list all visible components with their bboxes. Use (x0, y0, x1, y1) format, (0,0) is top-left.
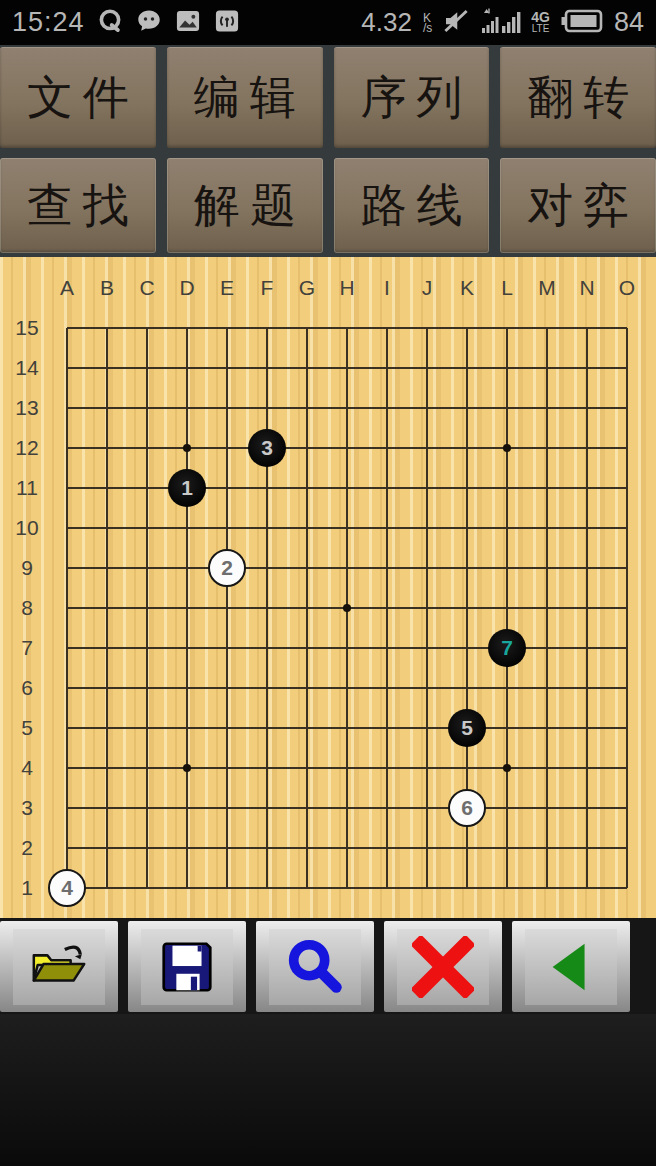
cell-I7[interactable] (367, 628, 407, 668)
cell-G4[interactable] (287, 748, 327, 788)
cell-M10[interactable] (527, 508, 567, 548)
cell-F9[interactable] (247, 548, 287, 588)
col-label-H: H (327, 268, 367, 308)
cell-B9[interactable] (87, 548, 127, 588)
cell-H11[interactable] (327, 468, 367, 508)
red-x-icon (397, 929, 489, 1005)
cell-A11[interactable] (47, 468, 87, 508)
stone-4-white-A1: 4 (48, 869, 86, 907)
cell-M14[interactable] (527, 348, 567, 388)
cell-K4[interactable] (447, 748, 487, 788)
cell-N14[interactable] (567, 348, 607, 388)
row-label-12: 12 (7, 428, 47, 468)
stone-number: 1 (181, 476, 193, 500)
cell-A13[interactable] (47, 388, 87, 428)
cell-B6[interactable] (87, 668, 127, 708)
cell-H8[interactable] (327, 588, 367, 628)
cell-I3[interactable] (367, 788, 407, 828)
cell-N2[interactable] (567, 828, 607, 868)
cell-L2[interactable] (487, 828, 527, 868)
cell-M2[interactable] (527, 828, 567, 868)
cell-M7[interactable] (527, 628, 567, 668)
cell-E6[interactable] (207, 668, 247, 708)
menu-button-route[interactable]: 路线 (334, 158, 490, 253)
status-left: 15:24 (12, 7, 241, 39)
hotspot-icon (213, 7, 241, 39)
stone-2-white-E9: 2 (208, 549, 246, 587)
cell-M3[interactable] (527, 788, 567, 828)
row-label-3: 3 (7, 788, 47, 828)
cell-E10[interactable] (207, 508, 247, 548)
cell-G7[interactable] (287, 628, 327, 668)
cell-K11[interactable] (447, 468, 487, 508)
cell-K10[interactable] (447, 508, 487, 548)
row-label-9: 9 (7, 548, 47, 588)
cell-O9[interactable] (607, 548, 647, 588)
cell-H15[interactable] (327, 308, 367, 348)
qq-icon (96, 7, 124, 39)
cell-F13[interactable] (247, 388, 287, 428)
stone-7-black-L7: 7 (488, 629, 526, 667)
cell-K9[interactable] (447, 548, 487, 588)
cell-B3[interactable] (87, 788, 127, 828)
cell-O6[interactable] (607, 668, 647, 708)
cell-E13[interactable] (207, 388, 247, 428)
cell-D11[interactable]: 1 (167, 468, 207, 508)
cell-C11[interactable] (127, 468, 167, 508)
cell-G12[interactable] (287, 428, 327, 468)
battery-level: 84 (614, 7, 644, 38)
cell-K5[interactable]: 5 (447, 708, 487, 748)
cell-D14[interactable] (167, 348, 207, 388)
col-label-G: G (287, 268, 327, 308)
cell-I1[interactable] (367, 868, 407, 908)
cell-K7[interactable] (447, 628, 487, 668)
star-point-L4 (503, 764, 511, 772)
cell-C7[interactable] (127, 628, 167, 668)
back-button[interactable] (512, 921, 630, 1012)
cell-B7[interactable] (87, 628, 127, 668)
bottom-area (0, 1014, 656, 1166)
cell-A1[interactable]: 4 (47, 868, 87, 908)
cell-C6[interactable] (127, 668, 167, 708)
cell-O7[interactable] (607, 628, 647, 668)
cell-H13[interactable] (327, 388, 367, 428)
cell-M8[interactable] (527, 588, 567, 628)
cell-H12[interactable] (327, 428, 367, 468)
cell-N1[interactable] (567, 868, 607, 908)
star-point-D4 (183, 764, 191, 772)
cell-C3[interactable] (127, 788, 167, 828)
col-label-C: C (127, 268, 167, 308)
cell-K12[interactable] (447, 428, 487, 468)
cell-L9[interactable] (487, 548, 527, 588)
cell-N13[interactable] (567, 388, 607, 428)
stone-3-black-F12: 3 (248, 429, 286, 467)
col-label-K: K (447, 268, 487, 308)
cell-B4[interactable] (87, 748, 127, 788)
cell-O2[interactable] (607, 828, 647, 868)
cell-G11[interactable] (287, 468, 327, 508)
stone-number: 2 (221, 556, 233, 580)
cell-M4[interactable] (527, 748, 567, 788)
cell-G15[interactable] (287, 308, 327, 348)
cell-E8[interactable] (207, 588, 247, 628)
cell-E12[interactable] (207, 428, 247, 468)
cell-J2[interactable] (407, 828, 447, 868)
cell-K3[interactable]: 6 (447, 788, 487, 828)
search-button[interactable] (256, 921, 374, 1012)
network-speed: 4.32 (361, 7, 412, 38)
star-point-L12 (503, 444, 511, 452)
cell-E11[interactable] (207, 468, 247, 508)
cell-E9[interactable]: 2 (207, 548, 247, 588)
menu-button-find[interactable]: 查找 (0, 158, 156, 253)
cell-N8[interactable] (567, 588, 607, 628)
cell-E7[interactable] (207, 628, 247, 668)
cell-F1[interactable] (247, 868, 287, 908)
open-folder-icon (13, 929, 105, 1005)
cell-J11[interactable] (407, 468, 447, 508)
cell-O12[interactable] (607, 428, 647, 468)
cell-G2[interactable] (287, 828, 327, 868)
cell-F8[interactable] (247, 588, 287, 628)
cell-E4[interactable] (207, 748, 247, 788)
magnifier-icon (269, 929, 361, 1005)
cell-F6[interactable] (247, 668, 287, 708)
cell-L8[interactable] (487, 588, 527, 628)
cell-A15[interactable] (47, 308, 87, 348)
cell-K15[interactable] (447, 308, 487, 348)
row-labels: 151413121110987654321 (7, 308, 47, 908)
cell-G14[interactable] (287, 348, 327, 388)
cell-G8[interactable] (287, 588, 327, 628)
cell-N11[interactable] (567, 468, 607, 508)
cell-B2[interactable] (87, 828, 127, 868)
open-file-button[interactable] (0, 921, 118, 1012)
cell-C8[interactable] (127, 588, 167, 628)
menu-button-edit[interactable]: 编辑 (167, 47, 323, 148)
cell-B14[interactable] (87, 348, 127, 388)
cell-L4[interactable] (487, 748, 527, 788)
cell-A9[interactable] (47, 548, 87, 588)
network-speed-unit: K/s (423, 13, 432, 33)
cell-D10[interactable] (167, 508, 207, 548)
cell-C12[interactable] (127, 428, 167, 468)
cell-A10[interactable] (47, 508, 87, 548)
cell-L7[interactable]: 7 (487, 628, 527, 668)
cell-F11[interactable] (247, 468, 287, 508)
cell-G13[interactable] (287, 388, 327, 428)
cell-B12[interactable] (87, 428, 127, 468)
cell-O10[interactable] (607, 508, 647, 548)
cell-E3[interactable] (207, 788, 247, 828)
cell-A7[interactable] (47, 628, 87, 668)
cell-M6[interactable] (527, 668, 567, 708)
cell-F7[interactable] (247, 628, 287, 668)
cell-B1[interactable] (87, 868, 127, 908)
stone-number: 5 (461, 716, 473, 740)
row-label-13: 13 (7, 388, 47, 428)
cell-J13[interactable] (407, 388, 447, 428)
cell-C2[interactable] (127, 828, 167, 868)
cell-O3[interactable] (607, 788, 647, 828)
cell-A8[interactable] (47, 588, 87, 628)
cell-A12[interactable] (47, 428, 87, 468)
cell-L12[interactable] (487, 428, 527, 468)
cell-N15[interactable] (567, 308, 607, 348)
cell-J8[interactable] (407, 588, 447, 628)
cell-J10[interactable] (407, 508, 447, 548)
cell-M11[interactable] (527, 468, 567, 508)
delete-button[interactable] (384, 921, 502, 1012)
cell-C1[interactable] (127, 868, 167, 908)
row-label-1: 1 (7, 868, 47, 908)
cell-A2[interactable] (47, 828, 87, 868)
cell-I9[interactable] (367, 548, 407, 588)
cell-L1[interactable] (487, 868, 527, 908)
cell-B5[interactable] (87, 708, 127, 748)
battery-icon (559, 7, 605, 39)
cell-E14[interactable] (207, 348, 247, 388)
cell-M1[interactable] (527, 868, 567, 908)
cell-G6[interactable] (287, 668, 327, 708)
cell-L13[interactable] (487, 388, 527, 428)
row-label-2: 2 (7, 828, 47, 868)
cell-F5[interactable] (247, 708, 287, 748)
cell-J5[interactable] (407, 708, 447, 748)
star-point-D12 (183, 444, 191, 452)
col-label-O: O (607, 268, 647, 308)
cell-G1[interactable] (287, 868, 327, 908)
cell-A5[interactable] (47, 708, 87, 748)
cell-C14[interactable] (127, 348, 167, 388)
cell-G3[interactable] (287, 788, 327, 828)
cell-H6[interactable] (327, 668, 367, 708)
cell-D6[interactable] (167, 668, 207, 708)
cell-F14[interactable] (247, 348, 287, 388)
row-label-4: 4 (7, 748, 47, 788)
cell-I11[interactable] (367, 468, 407, 508)
cell-D4[interactable] (167, 748, 207, 788)
cell-A3[interactable] (47, 788, 87, 828)
cell-I6[interactable] (367, 668, 407, 708)
cell-K2[interactable] (447, 828, 487, 868)
cell-M15[interactable] (527, 308, 567, 348)
cell-K13[interactable] (447, 388, 487, 428)
cell-K14[interactable] (447, 348, 487, 388)
cell-B8[interactable] (87, 588, 127, 628)
cell-M12[interactable] (527, 428, 567, 468)
cell-I10[interactable] (367, 508, 407, 548)
cell-J15[interactable] (407, 308, 447, 348)
col-label-F: F (247, 268, 287, 308)
menu-button-sequence[interactable]: 序列 (334, 47, 490, 148)
cell-K1[interactable] (447, 868, 487, 908)
stone-5-black-K5: 5 (448, 709, 486, 747)
row-label-5: 5 (7, 708, 47, 748)
cell-M5[interactable] (527, 708, 567, 748)
cell-D13[interactable] (167, 388, 207, 428)
cell-F12[interactable]: 3 (247, 428, 287, 468)
cell-N3[interactable] (567, 788, 607, 828)
cell-J4[interactable] (407, 748, 447, 788)
cell-J12[interactable] (407, 428, 447, 468)
cell-H1[interactable] (327, 868, 367, 908)
back-arrow-icon (525, 929, 617, 1005)
cell-B11[interactable] (87, 468, 127, 508)
cell-I13[interactable] (367, 388, 407, 428)
menu-button-flip[interactable]: 翻转 (500, 47, 656, 148)
cell-H3[interactable] (327, 788, 367, 828)
cell-I8[interactable] (367, 588, 407, 628)
cell-D9[interactable] (167, 548, 207, 588)
cell-J1[interactable] (407, 868, 447, 908)
cell-H7[interactable] (327, 628, 367, 668)
cell-N6[interactable] (567, 668, 607, 708)
cell-O14[interactable] (607, 348, 647, 388)
save-button[interactable] (128, 921, 246, 1012)
gallery-icon (174, 7, 202, 39)
wechat-icon (135, 7, 163, 39)
cell-G5[interactable] (287, 708, 327, 748)
cell-D1[interactable] (167, 868, 207, 908)
cell-N4[interactable] (567, 748, 607, 788)
cell-B15[interactable] (87, 308, 127, 348)
cell-N5[interactable] (567, 708, 607, 748)
cell-E5[interactable] (207, 708, 247, 748)
row-label-7: 7 (7, 628, 47, 668)
cell-N10[interactable] (567, 508, 607, 548)
cell-H4[interactable] (327, 748, 367, 788)
cell-N7[interactable] (567, 628, 607, 668)
board-grid: 3127564 (47, 308, 647, 908)
cell-A4[interactable] (47, 748, 87, 788)
cell-E15[interactable] (207, 308, 247, 348)
cell-D15[interactable] (167, 308, 207, 348)
mute-icon (441, 6, 471, 40)
col-label-B: B (87, 268, 127, 308)
cell-N9[interactable] (567, 548, 607, 588)
stone-number: 7 (501, 636, 513, 660)
stone-1-black-D11: 1 (168, 469, 206, 507)
cell-D5[interactable] (167, 708, 207, 748)
cell-H9[interactable] (327, 548, 367, 588)
cell-A14[interactable] (47, 348, 87, 388)
cell-F2[interactable] (247, 828, 287, 868)
cell-G10[interactable] (287, 508, 327, 548)
cell-C9[interactable] (127, 548, 167, 588)
bottom-toolbar (0, 918, 656, 1014)
cell-D2[interactable] (167, 828, 207, 868)
cell-I5[interactable] (367, 708, 407, 748)
cell-D8[interactable] (167, 588, 207, 628)
cell-J7[interactable] (407, 628, 447, 668)
cell-C13[interactable] (127, 388, 167, 428)
stone-number: 4 (61, 876, 73, 900)
cell-M13[interactable] (527, 388, 567, 428)
menu-button-solve[interactable]: 解题 (167, 158, 323, 253)
cell-J14[interactable] (407, 348, 447, 388)
cell-L5[interactable] (487, 708, 527, 748)
cell-C5[interactable] (127, 708, 167, 748)
menu-button-file[interactable]: 文件 (0, 47, 156, 148)
cell-K6[interactable] (447, 668, 487, 708)
cell-O8[interactable] (607, 588, 647, 628)
cell-D3[interactable] (167, 788, 207, 828)
cell-F4[interactable] (247, 748, 287, 788)
cell-M9[interactable] (527, 548, 567, 588)
cell-C10[interactable] (127, 508, 167, 548)
row-label-14: 14 (7, 348, 47, 388)
cell-J6[interactable] (407, 668, 447, 708)
cell-O5[interactable] (607, 708, 647, 748)
cell-L3[interactable] (487, 788, 527, 828)
cell-I12[interactable] (367, 428, 407, 468)
cell-D7[interactable] (167, 628, 207, 668)
network-type: 4GLTE (531, 12, 550, 34)
cell-I14[interactable] (367, 348, 407, 388)
cell-L11[interactable] (487, 468, 527, 508)
cell-L14[interactable] (487, 348, 527, 388)
cell-L6[interactable] (487, 668, 527, 708)
cell-D12[interactable] (167, 428, 207, 468)
cell-C15[interactable] (127, 308, 167, 348)
cell-B10[interactable] (87, 508, 127, 548)
cell-O11[interactable] (607, 468, 647, 508)
row-label-10: 10 (7, 508, 47, 548)
cell-B13[interactable] (87, 388, 127, 428)
menu-grid: 文件 编辑 序列 翻转 查找 解题 路线 对弈 (0, 45, 656, 257)
cell-E1[interactable] (207, 868, 247, 908)
cell-C4[interactable] (127, 748, 167, 788)
cell-F10[interactable] (247, 508, 287, 548)
stone-number: 3 (261, 436, 273, 460)
cell-I4[interactable] (367, 748, 407, 788)
cell-J9[interactable] (407, 548, 447, 588)
col-label-N: N (567, 268, 607, 308)
cell-A6[interactable] (47, 668, 87, 708)
cell-O1[interactable] (607, 868, 647, 908)
cell-I15[interactable] (367, 308, 407, 348)
cell-E2[interactable] (207, 828, 247, 868)
cell-I2[interactable] (367, 828, 407, 868)
stone-6-white-K3: 6 (448, 789, 486, 827)
cell-N12[interactable] (567, 428, 607, 468)
col-label-D: D (167, 268, 207, 308)
cell-O13[interactable] (607, 388, 647, 428)
cell-H5[interactable] (327, 708, 367, 748)
cell-G9[interactable] (287, 548, 327, 588)
col-label-E: E (207, 268, 247, 308)
cell-H2[interactable] (327, 828, 367, 868)
cell-F3[interactable] (247, 788, 287, 828)
status-right: 4.32 K/s 4GLTE 84 (361, 6, 644, 40)
cell-F15[interactable] (247, 308, 287, 348)
cell-H14[interactable] (327, 348, 367, 388)
cell-O15[interactable] (607, 308, 647, 348)
cell-L10[interactable] (487, 508, 527, 548)
cell-H10[interactable] (327, 508, 367, 548)
menu-button-play[interactable]: 对弈 (500, 158, 656, 253)
cell-K8[interactable] (447, 588, 487, 628)
col-label-M: M (527, 268, 567, 308)
cell-J3[interactable] (407, 788, 447, 828)
stone-number: 6 (461, 796, 473, 820)
cell-O4[interactable] (607, 748, 647, 788)
row-label-11: 11 (7, 468, 47, 508)
cell-L15[interactable] (487, 308, 527, 348)
